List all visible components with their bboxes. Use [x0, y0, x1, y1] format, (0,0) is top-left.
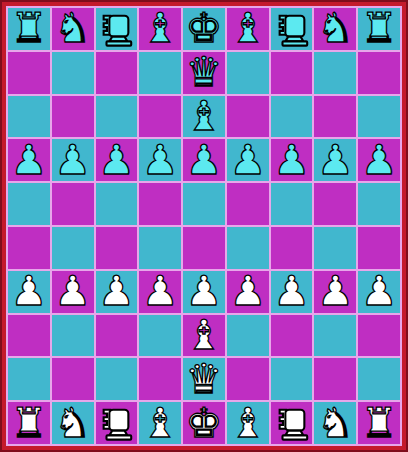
square-c6[interactable]	[96, 183, 138, 225]
square-i3[interactable]	[358, 315, 400, 357]
square-g1[interactable]	[271, 402, 313, 444]
square-b4[interactable]: ♟	[52, 271, 94, 313]
piece-white-cannon[interactable]	[273, 404, 311, 442]
square-e2[interactable]: ♛	[183, 358, 225, 400]
square-d7[interactable]: ♟	[139, 139, 181, 181]
piece-cyan-pawn[interactable]: ♟	[11, 140, 48, 181]
piece-white-pawn[interactable]: ♟	[186, 271, 223, 312]
square-e10[interactable]: ♚	[183, 8, 225, 50]
piece-cyan-pawn[interactable]: ♟	[186, 140, 223, 181]
piece-white-pawn[interactable]: ♟	[229, 271, 266, 312]
square-b6[interactable]	[52, 183, 94, 225]
square-g2[interactable]	[271, 358, 313, 400]
square-i4[interactable]: ♟	[358, 271, 400, 313]
square-h9[interactable]	[314, 52, 356, 94]
square-b1[interactable]: ♞	[52, 402, 94, 444]
square-h10[interactable]: ♞	[314, 8, 356, 50]
piece-cyan-pawn[interactable]: ♟	[142, 140, 179, 181]
square-h1[interactable]: ♞	[314, 402, 356, 444]
square-c3[interactable]	[96, 315, 138, 357]
square-b7[interactable]: ♟	[52, 139, 94, 181]
piece-white-rook[interactable]: ♜	[11, 403, 48, 444]
piece-cyan-cannon[interactable]	[273, 10, 311, 48]
square-f10[interactable]: ♝	[227, 8, 269, 50]
square-c4[interactable]: ♟	[96, 271, 138, 313]
square-g7[interactable]: ♟	[271, 139, 313, 181]
square-a2[interactable]	[8, 358, 50, 400]
square-d3[interactable]	[139, 315, 181, 357]
square-h3[interactable]	[314, 315, 356, 357]
square-b2[interactable]	[52, 358, 94, 400]
board-frame-inner: ♜♞♝♚♝♞♜♛♝♟♟♟♟♟♟♟♟♟♟♟♟♟♟♟♟♟♟♝♛♜♞♝♚♝♞♜	[2, 2, 406, 450]
piece-cyan-knight[interactable]: ♞	[54, 8, 91, 49]
piece-cyan-king[interactable]: ♚	[186, 8, 223, 49]
square-f3[interactable]	[227, 315, 269, 357]
piece-white-bishop[interactable]: ♝	[186, 315, 223, 356]
piece-cyan-bishop[interactable]: ♝	[229, 8, 266, 49]
square-e8[interactable]: ♝	[183, 96, 225, 138]
square-c1[interactable]	[96, 402, 138, 444]
square-e4[interactable]: ♟	[183, 271, 225, 313]
square-i10[interactable]: ♜	[358, 8, 400, 50]
piece-cyan-pawn[interactable]: ♟	[361, 140, 398, 181]
square-f5[interactable]	[227, 227, 269, 269]
piece-cyan-cannon[interactable]	[97, 10, 135, 48]
piece-cyan-queen[interactable]: ♛	[186, 52, 223, 93]
piece-cyan-pawn[interactable]: ♟	[54, 140, 91, 181]
square-a7[interactable]: ♟	[8, 139, 50, 181]
square-e5[interactable]	[183, 227, 225, 269]
square-b3[interactable]	[52, 315, 94, 357]
square-b5[interactable]	[52, 227, 94, 269]
square-e6[interactable]	[183, 183, 225, 225]
square-i5[interactable]	[358, 227, 400, 269]
piece-cyan-pawn[interactable]: ♟	[229, 140, 266, 181]
piece-white-knight[interactable]: ♞	[317, 403, 354, 444]
square-h5[interactable]	[314, 227, 356, 269]
square-h8[interactable]	[314, 96, 356, 138]
square-h7[interactable]: ♟	[314, 139, 356, 181]
piece-white-pawn[interactable]: ♟	[142, 271, 179, 312]
square-h4[interactable]: ♟	[314, 271, 356, 313]
square-e7[interactable]: ♟	[183, 139, 225, 181]
square-d4[interactable]: ♟	[139, 271, 181, 313]
square-f4[interactable]: ♟	[227, 271, 269, 313]
piece-cyan-pawn[interactable]: ♟	[273, 140, 310, 181]
piece-cyan-bishop[interactable]: ♝	[142, 8, 179, 49]
piece-white-bishop[interactable]: ♝	[142, 403, 179, 444]
square-a6[interactable]	[8, 183, 50, 225]
piece-white-pawn[interactable]: ♟	[317, 271, 354, 312]
game-board: ♜♞♝♚♝♞♜♛♝♟♟♟♟♟♟♟♟♟♟♟♟♟♟♟♟♟♟♝♛♜♞♝♚♝♞♜	[8, 8, 400, 444]
piece-cyan-knight[interactable]: ♞	[317, 8, 354, 49]
square-g8[interactable]	[271, 96, 313, 138]
square-d1[interactable]: ♝	[139, 402, 181, 444]
square-b8[interactable]	[52, 96, 94, 138]
piece-white-knight[interactable]: ♞	[54, 403, 91, 444]
piece-cyan-bishop[interactable]: ♝	[186, 96, 223, 137]
square-a3[interactable]	[8, 315, 50, 357]
square-f6[interactable]	[227, 183, 269, 225]
square-c7[interactable]: ♟	[96, 139, 138, 181]
board-frame: ♜♞♝♚♝♞♜♛♝♟♟♟♟♟♟♟♟♟♟♟♟♟♟♟♟♟♟♝♛♜♞♝♚♝♞♜	[0, 0, 408, 452]
square-f1[interactable]: ♝	[227, 402, 269, 444]
square-f7[interactable]: ♟	[227, 139, 269, 181]
square-c8[interactable]	[96, 96, 138, 138]
square-g9[interactable]	[271, 52, 313, 94]
square-d9[interactable]	[139, 52, 181, 94]
piece-white-pawn[interactable]: ♟	[54, 271, 91, 312]
cannon-piece-shape	[273, 10, 311, 48]
square-d6[interactable]	[139, 183, 181, 225]
cannon-piece-shape	[97, 10, 135, 48]
piece-cyan-pawn[interactable]: ♟	[317, 140, 354, 181]
square-f2[interactable]	[227, 358, 269, 400]
square-f9[interactable]	[227, 52, 269, 94]
square-g6[interactable]	[271, 183, 313, 225]
piece-white-pawn[interactable]: ♟	[11, 271, 48, 312]
square-a8[interactable]	[8, 96, 50, 138]
square-a10[interactable]: ♜	[8, 8, 50, 50]
cannon-piece-shape	[273, 404, 311, 442]
piece-white-queen[interactable]: ♛	[186, 359, 223, 400]
piece-white-pawn[interactable]: ♟	[361, 271, 398, 312]
piece-white-rook[interactable]: ♜	[361, 403, 398, 444]
square-a1[interactable]: ♜	[8, 402, 50, 444]
square-d5[interactable]	[139, 227, 181, 269]
square-a9[interactable]	[8, 52, 50, 94]
square-g4[interactable]: ♟	[271, 271, 313, 313]
piece-white-king[interactable]: ♚	[186, 403, 223, 444]
square-h6[interactable]	[314, 183, 356, 225]
square-a4[interactable]: ♟	[8, 271, 50, 313]
square-e9[interactable]: ♛	[183, 52, 225, 94]
square-d2[interactable]	[139, 358, 181, 400]
square-c2[interactable]	[96, 358, 138, 400]
square-i7[interactable]: ♟	[358, 139, 400, 181]
piece-white-cannon[interactable]	[97, 404, 135, 442]
square-i9[interactable]	[358, 52, 400, 94]
cannon-piece-shape	[97, 404, 135, 442]
square-b9[interactable]	[52, 52, 94, 94]
square-e1[interactable]: ♚	[183, 402, 225, 444]
square-f8[interactable]	[227, 96, 269, 138]
square-g3[interactable]	[271, 315, 313, 357]
piece-cyan-rook[interactable]: ♜	[361, 8, 398, 49]
square-g10[interactable]	[271, 8, 313, 50]
piece-cyan-rook[interactable]: ♜	[11, 8, 48, 49]
square-g5[interactable]	[271, 227, 313, 269]
square-b10[interactable]: ♞	[52, 8, 94, 50]
square-c5[interactable]	[96, 227, 138, 269]
square-i2[interactable]	[358, 358, 400, 400]
piece-cyan-pawn[interactable]: ♟	[98, 140, 135, 181]
piece-white-pawn[interactable]: ♟	[98, 271, 135, 312]
piece-white-bishop[interactable]: ♝	[229, 403, 266, 444]
square-d10[interactable]: ♝	[139, 8, 181, 50]
square-c10[interactable]	[96, 8, 138, 50]
square-h2[interactable]	[314, 358, 356, 400]
square-a5[interactable]	[8, 227, 50, 269]
square-d8[interactable]	[139, 96, 181, 138]
square-i1[interactable]: ♜	[358, 402, 400, 444]
square-e3[interactable]: ♝	[183, 315, 225, 357]
piece-white-pawn[interactable]: ♟	[273, 271, 310, 312]
square-i8[interactable]	[358, 96, 400, 138]
square-i6[interactable]	[358, 183, 400, 225]
square-c9[interactable]	[96, 52, 138, 94]
